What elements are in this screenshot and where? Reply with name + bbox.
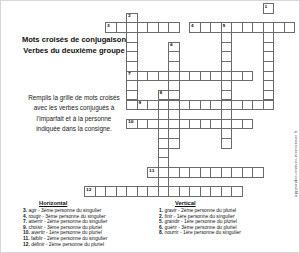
grid-clue-number: 11	[148, 168, 155, 173]
vertical-clues-list: 1. gravir - 2ème personne du pluriel2. f…	[159, 208, 287, 236]
clue-text: guérir - 3ème personne du pluriel	[164, 225, 236, 230]
website-watermark: apprendre-reviser-memoriser.fr	[293, 113, 298, 197]
grid-cell[interactable]	[242, 119, 254, 130]
clue-text: atterrir - 2ème personne du singulier	[28, 219, 107, 224]
instructions-line: avec les verbes conjugués à	[4, 103, 144, 113]
grid-cell[interactable]	[231, 186, 243, 197]
instructions-text: Remplis la grille de mots croisésavec le…	[4, 93, 144, 134]
grid-cell[interactable]	[263, 100, 275, 111]
grid-clue-number: 2	[127, 14, 131, 19]
instructions-line: indiquée dans la consigne.	[4, 124, 144, 134]
grid-clue-number: 6	[169, 43, 173, 48]
grid-clue-number: 7	[127, 72, 131, 77]
horizontal-clues-header: Horizontal	[39, 201, 151, 207]
grid-clue-number: 5	[222, 23, 226, 28]
clue-text: faiblir - 2ème personne du singulier	[31, 236, 107, 241]
clue-text: agir - 3ème personne du singulier	[28, 208, 101, 213]
clue-text: nourrir - 1ère personne du singulier	[164, 230, 240, 235]
grid-clue-number: 9	[138, 101, 142, 106]
clue-text: gravir - 2ème personne du pluriel	[164, 208, 236, 213]
grid-cell[interactable]	[252, 167, 264, 178]
title-line-2: Verbes du deuxième groupe	[5, 45, 143, 56]
clue-text: définir - 2ème personne du pluriel	[31, 242, 104, 247]
clue-number-label: 11.	[23, 236, 31, 241]
horizontal-clues: Horizontal 3. agir - 3ème personne du si…	[23, 201, 151, 247]
grid-clue-number: 3	[106, 23, 110, 28]
vertical-clues: Vertical 1. gravir - 2ème personne du pl…	[159, 201, 287, 236]
grid-clue-number: 4	[190, 23, 194, 28]
clue-text: finir - 1ère personne du singulier	[164, 214, 234, 219]
instructions-line: Remplis la grille de mots croisés	[4, 93, 144, 103]
grid-clue-number: 1	[264, 4, 268, 9]
grid-cell[interactable]	[221, 138, 233, 149]
page-title: Mots croisés de conjugaison Verbes du de…	[5, 34, 143, 56]
grid-cell[interactable]	[242, 71, 254, 82]
clue-text: grandir - 1ère personne du pluriel	[164, 219, 236, 224]
clue-number-label: 12.	[23, 242, 31, 247]
grid-cell[interactable]	[168, 22, 180, 33]
clue-text: avertir - 1ère personne du pluriel	[31, 230, 102, 235]
worksheet-page: Mots croisés de conjugaison Verbes du de…	[0, 0, 300, 253]
clue-text: choisir - 3ème personne du pluriel	[28, 225, 102, 230]
grid-clue-number: 8	[159, 91, 163, 96]
clue-number-label: 10.	[23, 230, 31, 235]
grid-cell[interactable]	[284, 22, 296, 33]
clue-item: 8. nourrir - 1ère personne du singulier	[159, 230, 287, 236]
instructions-line: l'imparfait et à la personne	[4, 114, 144, 124]
grid-cell[interactable]	[168, 138, 180, 149]
grid-clue-number: 12	[85, 187, 92, 192]
clue-text: rougir - 3ème personne du singulier	[28, 214, 105, 219]
horizontal-clues-list: 3. agir - 3ème personne du singulier4. r…	[23, 208, 151, 247]
title-line-1: Mots croisés de conjugaison	[5, 34, 143, 45]
grid-clue-number: 10	[127, 120, 134, 125]
vertical-clues-header: Vertical	[175, 201, 287, 207]
clue-item: 12. définir - 2ème personne du pluriel	[23, 242, 151, 248]
